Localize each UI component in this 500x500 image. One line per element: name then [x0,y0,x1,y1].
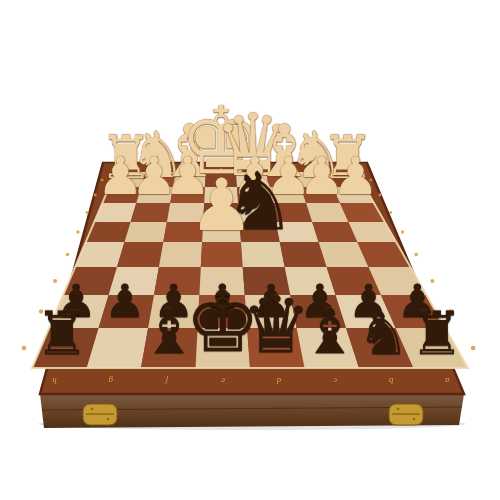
square-f8 [141,328,198,368]
square-f3 [167,203,204,222]
rank-inlay-dot-left [66,253,70,257]
square-e6 [199,267,244,295]
square-e4 [202,222,241,242]
square-g2 [136,187,173,203]
hinge-right [389,404,423,425]
file-label-near-e: e [221,376,225,386]
square-e5 [201,242,243,267]
square-d2 [237,187,272,203]
rank-inlay-dot-left [76,230,79,233]
square-f6 [154,267,201,295]
square-c2 [269,187,306,203]
hinge-left [83,404,117,425]
rank-inlay-dot-right [430,279,434,283]
square-b1 [296,173,333,187]
square-d3 [238,203,276,222]
file-label-near-c: c [333,376,337,386]
rank-inlay-dot-left [94,194,97,197]
file-label-near-b: b [388,376,393,386]
square-d8 [247,328,304,368]
chess-set-product-photo: hhggffeeddccbbaa ♜♞♝♚♛♝♞♜♟♟♟♟♟♟♟♟♞♟♟♟♟♟♟… [0,0,500,500]
rank-inlay-dot-right [414,253,418,257]
file-label-far-c: c [279,166,282,172]
square-h6 [63,267,117,295]
square-d1 [236,173,269,187]
file-label-near-g: g [108,376,113,386]
file-label-near-d: d [276,376,281,386]
square-f7 [148,295,199,328]
file-label-far-b: b [308,166,311,172]
square-e8 [196,328,251,368]
file-label-far-h: h [130,166,133,172]
rank-inlay-dot-left [53,279,57,283]
rank-inlay-dot-left [39,309,43,313]
square-f2 [170,187,205,203]
square-c1 [266,173,301,187]
square-e7 [198,295,248,328]
square-f1 [173,173,206,187]
square-f5 [159,242,202,267]
file-label-near-a: a [445,376,450,386]
square-d7 [245,295,297,328]
square-g4 [125,222,167,242]
file-label-far-g: g [160,166,163,172]
square-c4 [276,222,319,242]
rank-inlay-dot-left [86,211,89,214]
square-d6 [243,267,291,295]
square-g6 [109,267,159,295]
square-c5 [280,242,327,267]
square-e1 [205,173,237,187]
square-h7 [49,295,109,328]
square-d5 [241,242,285,267]
square-e2 [204,187,238,203]
square-d4 [240,222,280,242]
chess-board: hhggffeeddccbbaa [0,0,500,500]
square-f4 [163,222,203,242]
square-g1 [141,173,176,187]
square-c3 [272,203,312,222]
rank-inlay-dot-right [449,309,453,313]
file-label-far-e: e [220,166,223,172]
rank-inlay-dot-right [369,179,372,182]
rank-inlay-dot-right [401,230,404,233]
rank-inlay-dot-right [379,194,382,197]
rank-inlay-dot-right [471,346,476,351]
rank-inlay-dot-right [389,211,392,214]
square-g5 [117,242,163,267]
file-label-near-h: h [52,376,57,386]
rank-inlay-dot-left [22,346,27,351]
square-e3 [203,203,239,222]
square-g3 [131,203,171,222]
file-label-far-a: a [338,166,341,172]
rank-inlay-dot-left [101,179,104,182]
